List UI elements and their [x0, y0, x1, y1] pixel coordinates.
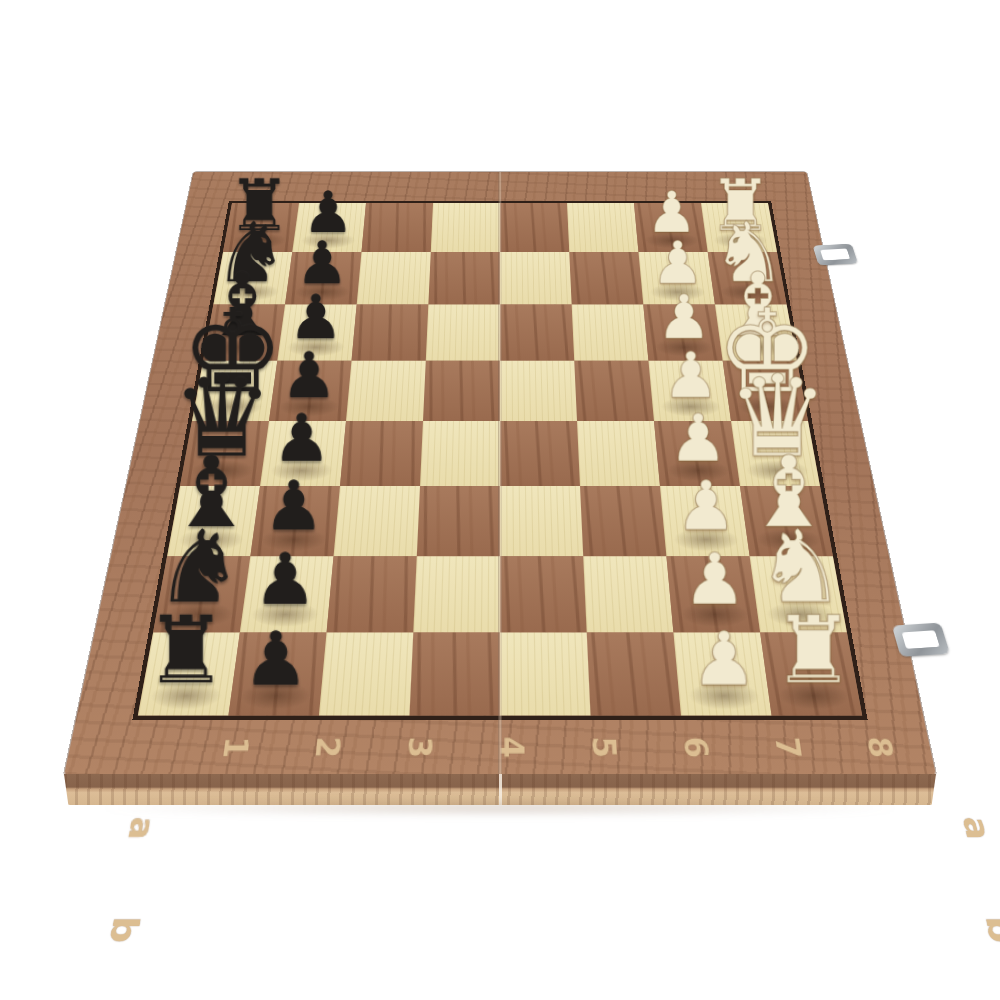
coord-top-5: 5	[584, 736, 622, 758]
piece-wp-f7[interactable]: ♟	[665, 474, 747, 539]
coord-top-1: 1	[215, 736, 255, 758]
square-a6[interactable]	[567, 203, 638, 252]
square-c5[interactable]	[500, 304, 574, 360]
square-h2[interactable]: ♟	[228, 633, 326, 716]
piece-bp-e2[interactable]: ♟	[262, 407, 341, 470]
coord-top-2: 2	[308, 736, 347, 758]
clasp-latch-top	[813, 244, 858, 266]
square-c4[interactable]	[426, 304, 500, 360]
square-g6[interactable]	[583, 556, 673, 632]
square-c3[interactable]	[352, 304, 429, 360]
square-f5[interactable]	[500, 486, 583, 556]
square-b3[interactable]	[357, 252, 431, 304]
coord-right-b: b	[977, 916, 1000, 943]
piece-bp-g2[interactable]: ♟	[242, 546, 328, 614]
piece-wp-g7[interactable]: ♟	[672, 546, 758, 614]
square-h8[interactable]: ♜	[760, 633, 862, 716]
square-e3[interactable]	[340, 421, 423, 486]
piece-wr-h8[interactable]: ♜	[769, 607, 859, 695]
square-b5[interactable]	[500, 252, 572, 304]
square-e5[interactable]	[500, 421, 580, 486]
square-g4[interactable]	[413, 556, 500, 632]
square-d5[interactable]	[500, 361, 577, 421]
square-a4[interactable]	[431, 203, 500, 252]
square-h7[interactable]: ♟	[673, 633, 771, 716]
square-d3[interactable]	[346, 361, 426, 421]
piece-bp-h2[interactable]: ♟	[231, 624, 321, 695]
square-h4[interactable]	[409, 633, 500, 716]
square-f3[interactable]	[334, 486, 420, 556]
square-g5[interactable]	[500, 556, 587, 632]
board-shadow	[90, 801, 910, 815]
square-h5[interactable]	[500, 633, 591, 716]
coord-right-a: a	[956, 816, 1000, 839]
coord-top-7: 7	[767, 736, 807, 758]
square-d6[interactable]	[574, 361, 654, 421]
square-h6[interactable]	[587, 633, 681, 716]
piece-br-h1[interactable]: ♜	[141, 607, 231, 695]
square-f4[interactable]	[417, 486, 500, 556]
fold-seam	[498, 172, 503, 776]
product-photo-background: ♜♟♟♜♞♟♟♞♝♟♟♝♚♟♟♚♛♟♟♛♝♟♟♝♞♟♟♞♜♟♟♜ 1234567…	[0, 0, 1000, 1000]
coord-top-6: 6	[676, 736, 715, 758]
piece-wp-h7[interactable]: ♟	[679, 624, 769, 695]
square-d4[interactable]	[423, 361, 500, 421]
coord-top-3: 3	[400, 736, 438, 758]
square-b4[interactable]	[428, 252, 500, 304]
coord-top-8: 8	[859, 736, 900, 758]
square-g3[interactable]	[327, 556, 417, 632]
board-frame: ♜♟♟♜♞♟♟♞♝♟♟♝♚♟♟♚♛♟♟♛♝♟♟♝♞♟♟♞♜♟♟♜ 1234567…	[64, 172, 936, 776]
square-a3[interactable]	[362, 203, 433, 252]
piece-bp-f2[interactable]: ♟	[253, 474, 335, 539]
square-a5[interactable]	[500, 203, 569, 252]
square-e4[interactable]	[420, 421, 500, 486]
coord-left-a: a	[121, 816, 163, 839]
square-h1[interactable]: ♜	[138, 633, 240, 716]
coord-left-b: b	[102, 916, 147, 943]
square-e6[interactable]	[577, 421, 660, 486]
square-b6[interactable]	[569, 252, 643, 304]
chess-board-3d: ♜♟♟♜♞♟♟♞♝♟♟♝♚♟♟♚♛♟♟♛♝♟♟♝♞♟♟♞♜♟♟♜ 1234567…	[64, 172, 936, 776]
square-c6[interactable]	[572, 304, 649, 360]
square-h3[interactable]	[319, 633, 413, 716]
clasp-latch-bottom	[892, 623, 950, 657]
square-f6[interactable]	[580, 486, 666, 556]
